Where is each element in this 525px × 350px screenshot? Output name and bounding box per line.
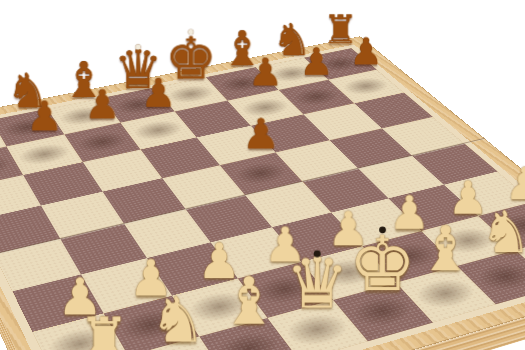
chess-board-frame: ♜♞♝♛♚♝♞♜♟♟♟♟♟♟♟♟♟♟♟♟♟♟♟♟♜♞♝♛♚♝♞♜ — [0, 36, 525, 350]
photo-stage: ♜♞♝♛♚♝♞♜♟♟♟♟♟♟♟♟♟♟♟♟♟♟♟♟♜♞♝♛♚♝♞♜ — [0, 0, 525, 350]
board-inner-margin: ♜♞♝♛♚♝♞♜♟♟♟♟♟♟♟♟♟♟♟♟♟♟♟♟♜♞♝♛♚♝♞♜ — [0, 45, 525, 350]
board-scene: ♜♞♝♛♚♝♞♜♟♟♟♟♟♟♟♟♟♟♟♟♟♟♟♟♜♞♝♛♚♝♞♜ — [0, 36, 525, 350]
dark-rook-h8: ♜ — [308, 0, 372, 64]
chess-board: ♜♞♝♛♚♝♞♜♟♟♟♟♟♟♟♟♟♟♟♟♟♟♟♟♜♞♝♛♚♝♞♜ — [0, 48, 525, 350]
